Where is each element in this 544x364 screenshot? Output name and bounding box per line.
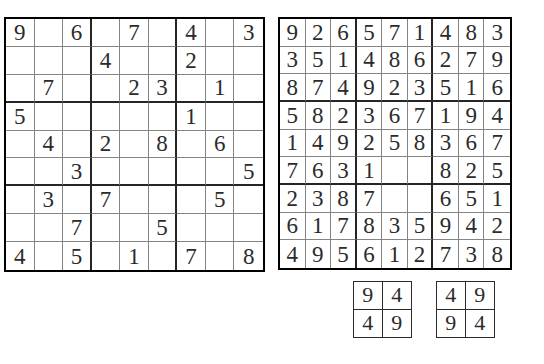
- cell-r4c2: [35, 103, 64, 131]
- cell-r1c8: [206, 19, 235, 47]
- cell-r7c4: 7: [92, 186, 121, 214]
- cell-r1c1: 9: [280, 19, 306, 47]
- cell-r6c2: 6: [306, 157, 332, 185]
- cell-r7c3: [63, 186, 92, 214]
- cell-r4c1: 5: [6, 103, 35, 131]
- cell-r2c1: [6, 47, 35, 75]
- cell-r1c1: 9: [6, 19, 35, 47]
- cell-r5c3: 9: [331, 130, 357, 158]
- cell-r8c8: [206, 214, 235, 242]
- cell-r6c1: [6, 158, 35, 186]
- cell-r4c3: [63, 103, 92, 131]
- cell-r7c7: [177, 186, 206, 214]
- sudoku-diagram: 96743427231514286353757545178 9265714833…: [0, 0, 544, 364]
- cell-r4c7: 1: [177, 103, 206, 131]
- cell-r7c6: [408, 185, 434, 213]
- cell-r9c7: 7: [177, 242, 206, 270]
- cell-r9c4: [92, 242, 121, 270]
- cell-r5c6: 8: [408, 130, 434, 158]
- cell-r9c5: 1: [382, 240, 408, 268]
- cell-r6c8: [206, 158, 235, 186]
- cell-r9c8: [206, 242, 235, 270]
- cell-r7c8: 5: [206, 186, 235, 214]
- cell-r2c6: 6: [408, 47, 434, 75]
- cell-r3c9: [234, 75, 263, 103]
- cell-r5c5: 5: [382, 130, 408, 158]
- cell-r3c2: 7: [306, 74, 332, 102]
- cell-r5c2: 4: [35, 131, 64, 159]
- cell-r9c9: 8: [484, 240, 510, 268]
- cell-r7c2: 3: [306, 185, 332, 213]
- cell-r1c6: [149, 19, 178, 47]
- cell-r2c1: 4: [354, 310, 383, 338]
- cell-r5c2: 4: [306, 130, 332, 158]
- cell-r7c1: 2: [280, 185, 306, 213]
- cell-r3c9: 6: [484, 74, 510, 102]
- cell-r9c5: 1: [120, 242, 149, 270]
- cell-r5c6: 8: [149, 131, 178, 159]
- cell-r1c9: 3: [234, 19, 263, 47]
- cell-r1c1: 4: [437, 282, 466, 310]
- cell-r2c9: 9: [484, 47, 510, 75]
- cell-r9c2: [35, 242, 64, 270]
- cell-r4c2: 8: [306, 102, 332, 130]
- cell-r1c4: 5: [357, 19, 383, 47]
- cell-r8c8: 4: [459, 213, 485, 241]
- cell-r8c4: [92, 214, 121, 242]
- cell-r4c6: 7: [408, 102, 434, 130]
- cell-r3c3: [63, 75, 92, 103]
- cell-r6c6: [408, 157, 434, 185]
- cell-r9c6: [149, 242, 178, 270]
- cell-r8c4: 8: [357, 213, 383, 241]
- cell-r6c4: [92, 158, 121, 186]
- cell-r7c4: 7: [357, 185, 383, 213]
- cell-r2c8: 7: [459, 47, 485, 75]
- cell-r7c2: 3: [35, 186, 64, 214]
- cell-r9c1: 4: [6, 242, 35, 270]
- cell-r7c9: 1: [484, 185, 510, 213]
- cell-r5c8: 6: [459, 130, 485, 158]
- cell-r2c7: 2: [433, 47, 459, 75]
- cell-r2c6: [149, 47, 178, 75]
- cell-r6c3: 3: [63, 158, 92, 186]
- cell-r1c1: 9: [354, 282, 383, 310]
- cell-r2c5: 8: [382, 47, 408, 75]
- puzzle-sudoku-board: 96743427231514286353757545178: [4, 17, 265, 272]
- cell-r8c2: 1: [306, 213, 332, 241]
- cell-r8c1: [6, 214, 35, 242]
- cell-r4c8: 9: [459, 102, 485, 130]
- cell-r4c4: 3: [357, 102, 383, 130]
- cell-r2c2: 9: [383, 310, 412, 338]
- cell-r3c4: [92, 75, 121, 103]
- cell-r1c4: [92, 19, 121, 47]
- cell-r6c9: 5: [484, 157, 510, 185]
- cell-r4c5: [120, 103, 149, 131]
- cell-r1c6: 1: [408, 19, 434, 47]
- cell-r1c2: [35, 19, 64, 47]
- cell-r8c7: [177, 214, 206, 242]
- cell-r4c8: [206, 103, 235, 131]
- cell-r7c1: [6, 186, 35, 214]
- cell-r5c3: [63, 131, 92, 159]
- cell-r7c5: [382, 185, 408, 213]
- cell-r1c7: 4: [177, 19, 206, 47]
- cell-r5c7: 3: [433, 130, 459, 158]
- cell-r3c2: 7: [35, 75, 64, 103]
- cell-r4c3: 2: [331, 102, 357, 130]
- cell-r8c3: 7: [63, 214, 92, 242]
- cell-r3c7: [177, 75, 206, 103]
- cell-r6c3: 3: [331, 157, 357, 185]
- solution-sudoku-board: 9265714833514862798749235165823671941492…: [278, 17, 512, 270]
- cell-r2c2: 4: [466, 310, 495, 338]
- cell-r1c2: 4: [383, 282, 412, 310]
- cell-r7c5: [120, 186, 149, 214]
- cell-r2c3: 1: [331, 47, 357, 75]
- cell-r5c1: [6, 131, 35, 159]
- cell-r2c1: 9: [437, 310, 466, 338]
- cell-r8c9: 2: [484, 213, 510, 241]
- cell-r9c2: 9: [306, 240, 332, 268]
- cell-r5c7: [177, 131, 206, 159]
- cell-r6c4: 1: [357, 157, 383, 185]
- cell-r3c1: 8: [280, 74, 306, 102]
- cell-r6c7: 8: [433, 157, 459, 185]
- cell-r8c7: 9: [433, 213, 459, 241]
- cell-r3c3: 4: [331, 74, 357, 102]
- cell-r9c3: 5: [331, 240, 357, 268]
- cell-r3c4: 9: [357, 74, 383, 102]
- cell-r7c3: 8: [331, 185, 357, 213]
- cell-r8c6: 5: [408, 213, 434, 241]
- cell-r2c4: 4: [92, 47, 121, 75]
- cell-r5c1: 1: [280, 130, 306, 158]
- cell-r3c5: 2: [120, 75, 149, 103]
- cell-r4c4: [92, 103, 121, 131]
- cell-r6c1: 7: [280, 157, 306, 185]
- cell-r2c2: 5: [306, 47, 332, 75]
- cell-r5c9: 7: [484, 130, 510, 158]
- cell-r5c4: 2: [357, 130, 383, 158]
- cell-r1c9: 3: [484, 19, 510, 47]
- cell-r2c2: [35, 47, 64, 75]
- cell-r7c9: [234, 186, 263, 214]
- cell-r5c5: [120, 131, 149, 159]
- cell-r9c3: 5: [63, 242, 92, 270]
- cell-r9c1: 4: [280, 240, 306, 268]
- cell-r5c4: 2: [92, 131, 121, 159]
- cell-r1c5: 7: [120, 19, 149, 47]
- cell-r3c6: 3: [149, 75, 178, 103]
- cell-r2c5: [120, 47, 149, 75]
- cell-r1c3: 6: [63, 19, 92, 47]
- cell-r6c8: 2: [459, 157, 485, 185]
- cell-r4c1: 5: [280, 102, 306, 130]
- cell-r8c2: [35, 214, 64, 242]
- fill-variant-grid-2: 4994: [436, 281, 495, 338]
- cell-r6c6: [149, 158, 178, 186]
- cell-r8c3: 7: [331, 213, 357, 241]
- cell-r8c5: [120, 214, 149, 242]
- cell-r6c7: [177, 158, 206, 186]
- cell-r7c7: 6: [433, 185, 459, 213]
- cell-r5c8: 6: [206, 131, 235, 159]
- cell-r8c5: 3: [382, 213, 408, 241]
- cell-r2c3: [63, 47, 92, 75]
- cell-r9c4: 6: [357, 240, 383, 268]
- cell-r2c8: [206, 47, 235, 75]
- cell-r4c6: [149, 103, 178, 131]
- cell-r3c8: 1: [206, 75, 235, 103]
- cell-r2c4: 4: [357, 47, 383, 75]
- cell-r9c9: 8: [234, 242, 263, 270]
- cell-r6c2: [35, 158, 64, 186]
- cell-r8c9: [234, 214, 263, 242]
- cell-r3c5: 2: [382, 74, 408, 102]
- cell-r8c6: 5: [149, 214, 178, 242]
- cell-r4c9: 4: [484, 102, 510, 130]
- cell-r1c2: 9: [466, 282, 495, 310]
- cell-r1c8: 8: [459, 19, 485, 47]
- cell-r2c1: 3: [280, 47, 306, 75]
- cell-r7c6: [149, 186, 178, 214]
- cell-r9c7: 7: [433, 240, 459, 268]
- fill-variant-grid-1: 9449: [353, 281, 412, 338]
- cell-r4c5: 6: [382, 102, 408, 130]
- cell-r3c6: 3: [408, 74, 434, 102]
- cell-r3c7: 5: [433, 74, 459, 102]
- cell-r2c7: 2: [177, 47, 206, 75]
- cell-r9c6: 2: [408, 240, 434, 268]
- cell-r1c2: 2: [306, 19, 332, 47]
- cell-r3c1: [6, 75, 35, 103]
- cell-r9c8: 3: [459, 240, 485, 268]
- cell-r2c9: [234, 47, 263, 75]
- cell-r6c5: [382, 157, 408, 185]
- cell-r1c7: 4: [433, 19, 459, 47]
- cell-r7c8: 5: [459, 185, 485, 213]
- cell-r1c5: 7: [382, 19, 408, 47]
- cell-r8c1: 6: [280, 213, 306, 241]
- cell-r5c9: [234, 131, 263, 159]
- cell-r6c9: 5: [234, 158, 263, 186]
- cell-r3c8: 1: [459, 74, 485, 102]
- cell-r6c5: [120, 158, 149, 186]
- cell-r4c9: [234, 103, 263, 131]
- cell-r4c7: 1: [433, 102, 459, 130]
- cell-r1c3: 6: [331, 19, 357, 47]
